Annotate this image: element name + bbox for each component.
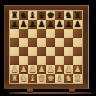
square-a2[interactable]: ♟ [10, 65, 19, 74]
square-g2[interactable]: ♟ [64, 65, 73, 74]
chess-board: ♜♞♝♛♚♝♞♜♟♟♟♟♟♟♟♟♟♟♟♟♟♟♟♟♜♞♝♛♚♝♞♜ [9, 10, 83, 84]
piece-black-knight[interactable]: ♞ [64, 11, 73, 20]
piece-black-pawn[interactable]: ♟ [19, 20, 28, 29]
square-b3[interactable] [19, 56, 28, 65]
piece-white-pawn[interactable]: ♟ [19, 65, 28, 74]
piece-white-king[interactable]: ♚ [46, 74, 55, 83]
square-h6[interactable] [73, 29, 82, 38]
piece-black-queen[interactable]: ♛ [37, 11, 46, 20]
square-h5[interactable] [73, 38, 82, 47]
piece-black-king[interactable]: ♚ [46, 11, 55, 20]
square-d5[interactable] [37, 38, 46, 47]
box-hinge-right [69, 89, 75, 93]
square-b2[interactable]: ♟ [19, 65, 28, 74]
square-f3[interactable] [55, 56, 64, 65]
piece-black-pawn[interactable]: ♟ [73, 20, 82, 29]
square-f8[interactable]: ♝ [55, 11, 64, 20]
square-f1[interactable]: ♝ [55, 74, 64, 83]
square-a4[interactable] [10, 47, 19, 56]
square-c4[interactable] [28, 47, 37, 56]
square-h8[interactable]: ♜ [73, 11, 82, 20]
square-g1[interactable]: ♞ [64, 74, 73, 83]
piece-white-rook[interactable]: ♜ [10, 74, 19, 83]
piece-black-rook[interactable]: ♜ [10, 11, 19, 20]
square-a5[interactable] [10, 38, 19, 47]
square-g6[interactable] [64, 29, 73, 38]
piece-black-pawn[interactable]: ♟ [28, 20, 37, 29]
piece-white-pawn[interactable]: ♟ [73, 65, 82, 74]
piece-white-pawn[interactable]: ♟ [37, 65, 46, 74]
square-b4[interactable] [19, 47, 28, 56]
square-c6[interactable] [28, 29, 37, 38]
piece-white-queen[interactable]: ♛ [37, 74, 46, 83]
square-c7[interactable]: ♟ [28, 20, 37, 29]
piece-white-pawn[interactable]: ♟ [28, 65, 37, 74]
square-d6[interactable] [37, 29, 46, 38]
square-g4[interactable] [64, 47, 73, 56]
square-d4[interactable] [37, 47, 46, 56]
square-c2[interactable]: ♟ [28, 65, 37, 74]
square-c1[interactable]: ♝ [28, 74, 37, 83]
square-g8[interactable]: ♞ [64, 11, 73, 20]
square-h2[interactable]: ♟ [73, 65, 82, 74]
square-d1[interactable]: ♛ [37, 74, 46, 83]
square-e2[interactable]: ♟ [46, 65, 55, 74]
piece-black-pawn[interactable]: ♟ [10, 20, 19, 29]
square-g7[interactable]: ♟ [64, 20, 73, 29]
square-d8[interactable]: ♛ [37, 11, 46, 20]
square-g5[interactable] [64, 38, 73, 47]
square-h4[interactable] [73, 47, 82, 56]
square-b7[interactable]: ♟ [19, 20, 28, 29]
square-a8[interactable]: ♜ [10, 11, 19, 20]
piece-white-pawn[interactable]: ♟ [46, 65, 55, 74]
piece-black-pawn[interactable]: ♟ [55, 20, 64, 29]
square-b5[interactable] [19, 38, 28, 47]
square-c5[interactable] [28, 38, 37, 47]
square-f5[interactable] [55, 38, 64, 47]
piece-white-rook[interactable]: ♜ [73, 74, 82, 83]
piece-white-pawn[interactable]: ♟ [55, 65, 64, 74]
box-bottom-edge [9, 92, 92, 94]
square-g3[interactable] [64, 56, 73, 65]
square-h3[interactable] [73, 56, 82, 65]
wooden-chess-box: ♜♞♝♛♚♝♞♜♟♟♟♟♟♟♟♟♟♟♟♟♟♟♟♟♜♞♝♛♚♝♞♜ [4, 5, 89, 89]
box-hinge-left [27, 89, 33, 93]
square-h7[interactable]: ♟ [73, 20, 82, 29]
piece-black-knight[interactable]: ♞ [19, 11, 28, 20]
square-e4[interactable] [46, 47, 55, 56]
square-a7[interactable]: ♟ [10, 20, 19, 29]
square-e5[interactable] [46, 38, 55, 47]
square-b8[interactable]: ♞ [19, 11, 28, 20]
piece-white-bishop[interactable]: ♝ [28, 74, 37, 83]
piece-black-bishop[interactable]: ♝ [28, 11, 37, 20]
piece-black-pawn[interactable]: ♟ [64, 20, 73, 29]
square-b1[interactable]: ♞ [19, 74, 28, 83]
piece-white-knight[interactable]: ♞ [64, 74, 73, 83]
square-f2[interactable]: ♟ [55, 65, 64, 74]
square-c8[interactable]: ♝ [28, 11, 37, 20]
square-e1[interactable]: ♚ [46, 74, 55, 83]
square-e3[interactable] [46, 56, 55, 65]
square-f7[interactable]: ♟ [55, 20, 64, 29]
piece-white-bishop[interactable]: ♝ [55, 74, 64, 83]
piece-black-pawn[interactable]: ♟ [46, 20, 55, 29]
piece-white-knight[interactable]: ♞ [19, 74, 28, 83]
square-a1[interactable]: ♜ [10, 74, 19, 83]
piece-black-rook[interactable]: ♜ [73, 11, 82, 20]
chess-set-photo: ♜♞♝♛♚♝♞♜♟♟♟♟♟♟♟♟♟♟♟♟♟♟♟♟♜♞♝♛♚♝♞♜ [0, 0, 96, 96]
square-f6[interactable] [55, 29, 64, 38]
square-e7[interactable]: ♟ [46, 20, 55, 29]
square-d3[interactable] [37, 56, 46, 65]
square-e8[interactable]: ♚ [46, 11, 55, 20]
piece-white-pawn[interactable]: ♟ [64, 65, 73, 74]
square-a6[interactable] [10, 29, 19, 38]
square-b6[interactable] [19, 29, 28, 38]
square-d7[interactable]: ♟ [37, 20, 46, 29]
square-c3[interactable] [28, 56, 37, 65]
piece-black-bishop[interactable]: ♝ [55, 11, 64, 20]
square-f4[interactable] [55, 47, 64, 56]
square-a3[interactable] [10, 56, 19, 65]
square-d2[interactable]: ♟ [37, 65, 46, 74]
square-e6[interactable] [46, 29, 55, 38]
piece-black-pawn[interactable]: ♟ [37, 20, 46, 29]
piece-white-pawn[interactable]: ♟ [10, 65, 19, 74]
square-h1[interactable]: ♜ [73, 74, 82, 83]
